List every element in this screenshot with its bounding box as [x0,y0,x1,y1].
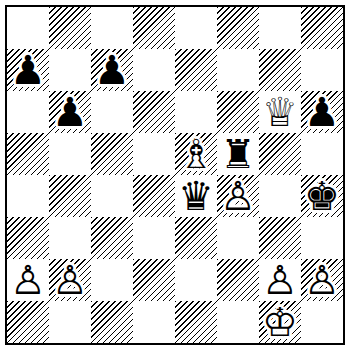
square-d8[interactable] [133,7,175,49]
square-b2[interactable]: ♙ [49,259,91,301]
square-c6[interactable] [91,91,133,133]
piece-black-pawn[interactable]: ♟ [304,92,340,132]
square-g4[interactable] [259,175,301,217]
square-f8[interactable] [217,7,259,49]
square-e4[interactable]: ♛ [175,175,217,217]
square-b4[interactable] [49,175,91,217]
square-g5[interactable] [259,133,301,175]
piece-black-pawn[interactable]: ♟ [52,92,88,132]
square-h7[interactable] [301,49,343,91]
square-a4[interactable] [7,175,49,217]
square-a8[interactable] [7,7,49,49]
square-h5[interactable] [301,133,343,175]
square-f5[interactable]: ♜ [217,133,259,175]
square-a6[interactable] [7,91,49,133]
square-e1[interactable] [175,301,217,343]
square-f1[interactable] [217,301,259,343]
square-g3[interactable] [259,217,301,259]
square-g1[interactable]: ♔ [259,301,301,343]
square-h1[interactable] [301,301,343,343]
square-h4[interactable]: ♚ [301,175,343,217]
square-f3[interactable] [217,217,259,259]
square-c3[interactable] [91,217,133,259]
square-c2[interactable] [91,259,133,301]
square-a5[interactable] [7,133,49,175]
square-a3[interactable] [7,217,49,259]
square-b3[interactable] [49,217,91,259]
square-c5[interactable] [91,133,133,175]
square-a7[interactable]: ♟ [7,49,49,91]
piece-black-pawn[interactable]: ♟ [94,50,130,90]
piece-white-pawn[interactable]: ♙ [304,260,340,300]
square-d2[interactable] [133,259,175,301]
square-g7[interactable] [259,49,301,91]
square-b1[interactable] [49,301,91,343]
piece-white-pawn[interactable]: ♙ [52,260,88,300]
piece-white-pawn[interactable]: ♙ [262,260,298,300]
board-frame: ♟♟♟♕♟♗♜♛♙♚♙♙♙♙♔ [5,5,345,345]
square-e3[interactable] [175,217,217,259]
square-h3[interactable] [301,217,343,259]
piece-white-pawn[interactable]: ♙ [10,260,46,300]
square-b8[interactable] [49,7,91,49]
piece-white-pawn[interactable]: ♙ [220,176,256,216]
square-e6[interactable] [175,91,217,133]
piece-black-pawn[interactable]: ♟ [10,50,46,90]
diagram-frame: ♟♟♟♕♟♗♜♛♙♚♙♙♙♙♔ [0,0,350,350]
square-c7[interactable]: ♟ [91,49,133,91]
square-c8[interactable] [91,7,133,49]
square-c4[interactable] [91,175,133,217]
piece-black-rook[interactable]: ♜ [220,134,256,174]
square-d6[interactable] [133,91,175,133]
square-g8[interactable] [259,7,301,49]
square-f7[interactable] [217,49,259,91]
square-a2[interactable]: ♙ [7,259,49,301]
square-d7[interactable] [133,49,175,91]
square-b6[interactable]: ♟ [49,91,91,133]
square-c1[interactable] [91,301,133,343]
square-e8[interactable] [175,7,217,49]
square-f4[interactable]: ♙ [217,175,259,217]
square-e7[interactable] [175,49,217,91]
square-e2[interactable] [175,259,217,301]
square-h6[interactable]: ♟ [301,91,343,133]
square-h8[interactable] [301,7,343,49]
square-f2[interactable] [217,259,259,301]
square-d1[interactable] [133,301,175,343]
piece-black-queen[interactable]: ♛ [178,176,214,216]
piece-white-king[interactable]: ♔ [262,302,298,342]
piece-white-bishop[interactable]: ♗ [178,134,214,174]
square-e5[interactable]: ♗ [175,133,217,175]
square-g2[interactable]: ♙ [259,259,301,301]
square-d3[interactable] [133,217,175,259]
square-a1[interactable] [7,301,49,343]
chess-board: ♟♟♟♕♟♗♜♛♙♚♙♙♙♙♔ [7,7,343,343]
piece-black-king[interactable]: ♚ [304,176,340,216]
square-b7[interactable] [49,49,91,91]
square-g6[interactable]: ♕ [259,91,301,133]
square-b5[interactable] [49,133,91,175]
piece-white-queen[interactable]: ♕ [262,92,298,132]
square-h2[interactable]: ♙ [301,259,343,301]
square-d5[interactable] [133,133,175,175]
square-f6[interactable] [217,91,259,133]
square-d4[interactable] [133,175,175,217]
